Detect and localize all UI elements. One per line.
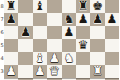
square-b8[interactable] bbox=[18, 0, 32, 13]
piece-black-pawn-e6: ♟ bbox=[63, 26, 74, 39]
square-g3[interactable]: ♜ bbox=[90, 65, 104, 78]
square-h3[interactable] bbox=[105, 65, 119, 78]
square-d4[interactable]: ♟ bbox=[47, 52, 61, 65]
piece-black-pawn-h7: ♟ bbox=[107, 13, 118, 26]
square-c3[interactable]: ♟ bbox=[33, 65, 47, 78]
square-h2-cropped[interactable] bbox=[105, 78, 119, 80]
square-a6[interactable] bbox=[4, 26, 18, 39]
square-f7[interactable]: ♟ bbox=[76, 13, 90, 26]
piece-black-pawn-g7: ♟ bbox=[92, 13, 103, 26]
square-g4[interactable] bbox=[90, 52, 104, 65]
square-b5[interactable] bbox=[18, 39, 32, 52]
piece-black-pawn-f7: ♟ bbox=[78, 13, 89, 26]
square-c5[interactable] bbox=[33, 39, 47, 52]
chess-diagram: 876543 ♜♝♜♚♟♞♟♟♟♟♟♛♝♟♞♟♟♛♜ bbox=[0, 0, 120, 80]
square-g2-cropped[interactable] bbox=[90, 78, 104, 80]
piece-black-knight-e7: ♞ bbox=[63, 13, 74, 26]
square-e3[interactable] bbox=[62, 65, 76, 78]
square-g8[interactable]: ♚ bbox=[90, 0, 104, 13]
square-a8[interactable]: ♜ bbox=[4, 0, 18, 13]
square-g5[interactable] bbox=[90, 39, 104, 52]
piece-black-bishop-c8: ♝ bbox=[35, 0, 46, 13]
square-a5[interactable] bbox=[4, 39, 18, 52]
piece-white-pawn-c3: ♟ bbox=[35, 65, 46, 78]
piece-white-queen-d3: ♛ bbox=[49, 65, 60, 78]
square-e2-cropped[interactable] bbox=[62, 78, 76, 80]
square-h8[interactable] bbox=[105, 0, 119, 13]
piece-black-rook-f8: ♜ bbox=[78, 0, 89, 13]
square-b3[interactable] bbox=[18, 65, 32, 78]
square-d7[interactable] bbox=[47, 13, 61, 26]
square-d2-cropped[interactable] bbox=[47, 78, 61, 80]
square-h5[interactable] bbox=[105, 39, 119, 52]
square-c6[interactable] bbox=[33, 26, 47, 39]
piece-white-rook-g3: ♜ bbox=[92, 65, 103, 78]
square-b4[interactable] bbox=[18, 52, 32, 65]
square-c4[interactable]: ♝ bbox=[33, 52, 47, 65]
square-e7[interactable]: ♞ bbox=[62, 13, 76, 26]
square-d6[interactable] bbox=[47, 26, 61, 39]
piece-black-rook-a8: ♜ bbox=[6, 0, 17, 13]
square-g6[interactable] bbox=[90, 26, 104, 39]
square-f4[interactable] bbox=[76, 52, 90, 65]
square-c8[interactable]: ♝ bbox=[33, 0, 47, 13]
square-d3[interactable]: ♛ bbox=[47, 65, 61, 78]
piece-white-pawn-a3: ♟ bbox=[6, 65, 17, 78]
square-b7[interactable] bbox=[18, 13, 32, 26]
square-e5[interactable] bbox=[62, 39, 76, 52]
piece-white-pawn-d4: ♟ bbox=[49, 52, 60, 65]
piece-black-pawn-b6: ♟ bbox=[20, 26, 31, 39]
square-h4[interactable] bbox=[105, 52, 119, 65]
square-c7[interactable] bbox=[33, 13, 47, 26]
square-c2-cropped[interactable] bbox=[33, 78, 47, 80]
square-g7[interactable]: ♟ bbox=[90, 13, 104, 26]
square-h6[interactable] bbox=[105, 26, 119, 39]
square-b2-cropped[interactable] bbox=[18, 78, 32, 80]
square-f3[interactable] bbox=[76, 65, 90, 78]
square-d8[interactable] bbox=[47, 0, 61, 13]
piece-white-bishop-c4: ♝ bbox=[35, 52, 46, 65]
square-a7[interactable]: ♟ bbox=[4, 13, 18, 26]
square-b6[interactable]: ♟ bbox=[18, 26, 32, 39]
square-a3[interactable]: ♟ bbox=[4, 65, 18, 78]
square-e4[interactable]: ♞ bbox=[62, 52, 76, 65]
piece-black-queen-f5: ♛ bbox=[78, 39, 89, 52]
piece-black-king-g8: ♚ bbox=[92, 0, 103, 13]
square-h7[interactable]: ♟ bbox=[105, 13, 119, 26]
square-f8[interactable]: ♜ bbox=[76, 0, 90, 13]
square-a4[interactable] bbox=[4, 52, 18, 65]
piece-black-pawn-a7: ♟ bbox=[6, 13, 17, 26]
square-e6[interactable]: ♟ bbox=[62, 26, 76, 39]
square-f5[interactable]: ♛ bbox=[76, 39, 90, 52]
square-f6[interactable] bbox=[76, 26, 90, 39]
square-f2-cropped[interactable] bbox=[76, 78, 90, 80]
square-e8[interactable] bbox=[62, 0, 76, 13]
square-a2-cropped[interactable] bbox=[4, 78, 18, 80]
chess-board[interactable]: ♜♝♜♚♟♞♟♟♟♟♟♛♝♟♞♟♟♛♜ bbox=[4, 0, 119, 80]
square-d5[interactable] bbox=[47, 39, 61, 52]
piece-white-knight-e4: ♞ bbox=[63, 52, 74, 65]
